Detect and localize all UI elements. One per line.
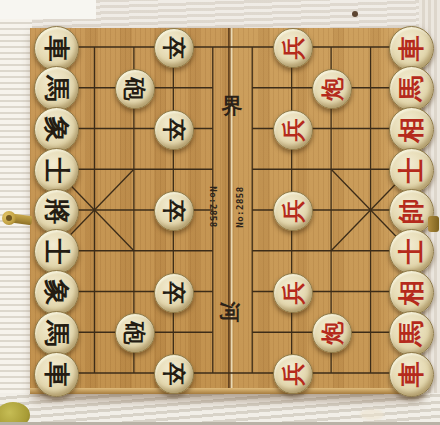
brass-clasp-left[interactable] [2, 206, 32, 234]
piece-red-cannon[interactable]: 炮 [312, 69, 352, 109]
table-highlight [0, 0, 96, 19]
photo-of-xiangqi-board: 界 河 No:2858 No:2858 車馬象士將士象馬車砲砲卒卒卒卒卒兵兵兵兵… [0, 0, 440, 425]
piece-character: 卒 [155, 111, 193, 149]
piece-character: 士 [390, 149, 433, 192]
wood-knot [352, 11, 358, 17]
board-grid [30, 28, 419, 394]
piece-character: 相 [390, 108, 433, 151]
serial-number-right: No:2858 [234, 180, 246, 234]
piece-character: 將 [35, 190, 78, 233]
piece-character: 兵 [274, 192, 312, 230]
piece-character: 車 [390, 27, 433, 70]
river-character-he: 河 [218, 300, 242, 324]
piece-character: 卒 [155, 192, 193, 230]
piece-red-chariot[interactable]: 車 [389, 352, 434, 397]
piece-character: 象 [35, 108, 78, 151]
piece-red-horse[interactable]: 馬 [389, 311, 434, 356]
piece-red-advisor[interactable]: 士 [389, 229, 434, 274]
piece-character: 車 [390, 353, 433, 396]
piece-red-elephant[interactable]: 相 [389, 270, 434, 315]
piece-black-advisor[interactable]: 士 [34, 148, 79, 193]
piece-black-soldier[interactable]: 卒 [154, 28, 194, 68]
brass-clasp-right[interactable] [428, 216, 439, 232]
piece-character: 車 [35, 353, 78, 396]
piece-character: 車 [35, 27, 78, 70]
piece-black-soldier[interactable]: 卒 [154, 354, 194, 394]
piece-character: 士 [35, 230, 78, 273]
piece-character: 兵 [274, 29, 312, 67]
piece-character: 兵 [274, 355, 312, 393]
piece-character: 馬 [390, 67, 433, 110]
piece-character: 馬 [35, 67, 78, 110]
chalk-smudge [360, 409, 384, 420]
piece-black-soldier[interactable]: 卒 [154, 191, 194, 231]
piece-red-advisor[interactable]: 士 [389, 148, 434, 193]
piece-character: 帥 [390, 190, 433, 233]
piece-red-soldier[interactable]: 兵 [273, 354, 313, 394]
piece-character: 砲 [116, 314, 154, 352]
piece-black-soldier[interactable]: 卒 [154, 110, 194, 150]
piece-black-general[interactable]: 將 [34, 189, 79, 234]
piece-red-elephant[interactable]: 相 [389, 107, 434, 152]
river-character-jie: 界 [220, 94, 244, 118]
piece-red-cannon[interactable]: 炮 [312, 313, 352, 353]
piece-black-elephant[interactable]: 象 [34, 270, 79, 315]
piece-black-advisor[interactable]: 士 [34, 229, 79, 274]
piece-black-cannon[interactable]: 砲 [115, 313, 155, 353]
piece-red-general[interactable]: 帥 [389, 189, 434, 234]
piece-character: 象 [35, 271, 78, 314]
piece-black-cannon[interactable]: 砲 [115, 69, 155, 109]
piece-character: 馬 [390, 312, 433, 355]
piece-red-soldier[interactable]: 兵 [273, 28, 313, 68]
piece-red-chariot[interactable]: 車 [389, 26, 434, 71]
piece-red-soldier[interactable]: 兵 [273, 191, 313, 231]
piece-black-chariot[interactable]: 車 [34, 352, 79, 397]
piece-red-soldier[interactable]: 兵 [273, 273, 313, 313]
xiangqi-board: 界 河 No:2858 No:2858 車馬象士將士象馬車砲砲卒卒卒卒卒兵兵兵兵… [30, 28, 419, 394]
piece-red-soldier[interactable]: 兵 [273, 110, 313, 150]
piece-character: 兵 [274, 274, 312, 312]
clasp-hole [6, 215, 12, 221]
piece-character: 炮 [313, 314, 351, 352]
piece-character: 卒 [155, 355, 193, 393]
piece-character: 卒 [155, 274, 193, 312]
piece-character: 兵 [274, 111, 312, 149]
piece-character: 相 [390, 271, 433, 314]
piece-black-chariot[interactable]: 車 [34, 26, 79, 71]
piece-red-horse[interactable]: 馬 [389, 66, 434, 111]
piece-character: 砲 [116, 70, 154, 108]
piece-character: 士 [35, 149, 78, 192]
piece-character: 士 [390, 230, 433, 273]
piece-character: 卒 [155, 29, 193, 67]
piece-black-horse[interactable]: 馬 [34, 66, 79, 111]
piece-black-elephant[interactable]: 象 [34, 107, 79, 152]
serial-number-left: No:2858 [207, 180, 219, 234]
piece-black-horse[interactable]: 馬 [34, 311, 79, 356]
piece-character: 馬 [35, 312, 78, 355]
piece-black-soldier[interactable]: 卒 [154, 273, 194, 313]
piece-character: 炮 [313, 70, 351, 108]
